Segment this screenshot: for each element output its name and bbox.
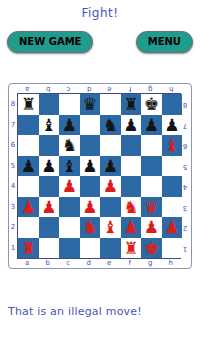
square-a8[interactable]: ♜ [18, 94, 39, 115]
square-e8[interactable] [100, 94, 121, 115]
square-b5[interactable]: ♟ [39, 156, 60, 177]
rank-label-4: 4 [181, 176, 189, 197]
square-g8[interactable]: ♚ [141, 94, 162, 115]
square-c1[interactable] [59, 238, 80, 259]
status-message: That is an illegal move! [8, 305, 200, 318]
black-pawn[interactable]: ♟ [141, 115, 162, 136]
square-d6[interactable] [80, 135, 101, 156]
rank-label-7: 7 [9, 115, 17, 136]
black-pawn[interactable]: ♟ [100, 156, 121, 177]
square-a2[interactable] [18, 217, 39, 238]
square-a6[interactable] [18, 135, 39, 156]
file-label-h: h [161, 84, 182, 93]
square-f6[interactable] [121, 135, 142, 156]
rank-label-6: 6 [181, 135, 189, 156]
menu-button[interactable]: MENU [136, 31, 193, 53]
file-label-g: g [140, 84, 161, 93]
red-pawn[interactable]: ♟ [59, 176, 80, 197]
black-bishop[interactable]: ♝ [59, 156, 80, 177]
square-a3[interactable]: ♟ [18, 197, 39, 218]
rank-label-5: 5 [181, 156, 189, 177]
square-f2[interactable]: ♟ [121, 217, 142, 238]
page-title: Fight! [0, 0, 200, 20]
square-a1[interactable]: ♜ [18, 238, 39, 259]
square-f7[interactable]: ♟ [121, 115, 142, 136]
black-pawn[interactable]: ♟ [80, 156, 101, 177]
file-label-d: d [79, 259, 100, 268]
square-e2[interactable]: ♝ [100, 217, 121, 238]
square-b7[interactable]: ♝ [39, 115, 60, 136]
square-e6[interactable] [100, 135, 121, 156]
rank-labels-left: 87654321 [9, 94, 17, 258]
square-d3[interactable]: ♟ [80, 197, 101, 218]
square-d8[interactable]: ♛ [80, 94, 101, 115]
new-game-button[interactable]: NEW GAME [7, 31, 93, 53]
square-b6[interactable] [39, 135, 60, 156]
black-queen[interactable]: ♛ [80, 94, 101, 115]
square-c6[interactable]: ♞ [59, 135, 80, 156]
square-b4[interactable] [39, 176, 60, 197]
rank-label-3: 3 [181, 197, 189, 218]
square-e5[interactable]: ♟ [100, 156, 121, 177]
black-knight[interactable]: ♞ [100, 115, 121, 136]
file-label-a: a [17, 84, 38, 93]
file-label-b: b [38, 84, 59, 93]
square-h3[interactable] [162, 197, 183, 218]
square-g5[interactable] [141, 156, 162, 177]
file-labels-bottom: abcdefgh [9, 259, 191, 268]
rank-labels-right: 87654321 [181, 94, 189, 258]
black-pawn[interactable]: ♟ [59, 115, 80, 136]
file-label-e: e [99, 259, 120, 268]
square-c5[interactable]: ♝ [59, 156, 80, 177]
rank-label-5: 5 [9, 156, 17, 177]
black-pawn[interactable]: ♟ [162, 115, 183, 136]
button-bar: NEW GAME MENU [0, 31, 200, 53]
file-labels-top: abcdefgh [9, 84, 191, 93]
file-label-f: f [120, 84, 141, 93]
chess-board: abcdefgh 87654321 ♜♛♜♚♝♟♞♟♟♟♞♝♟♟♝♟♟♟♟♟♟♟… [8, 83, 192, 269]
square-d5[interactable]: ♟ [80, 156, 101, 177]
square-d2[interactable]: ♞ [80, 217, 101, 238]
red-pawn[interactable]: ♟ [18, 197, 39, 218]
square-h7[interactable]: ♟ [162, 115, 183, 136]
square-f3[interactable]: ♞ [121, 197, 142, 218]
square-g6[interactable] [141, 135, 162, 156]
square-c3[interactable] [59, 197, 80, 218]
red-bishop[interactable]: ♝ [162, 135, 183, 156]
rank-label-7: 7 [181, 115, 189, 136]
red-pawn[interactable]: ♟ [100, 176, 121, 197]
square-b8[interactable] [39, 94, 60, 115]
square-c4[interactable]: ♟ [59, 176, 80, 197]
square-a7[interactable] [18, 115, 39, 136]
red-bishop[interactable]: ♝ [100, 217, 121, 238]
rank-label-6: 6 [9, 135, 17, 156]
black-rook[interactable]: ♜ [18, 94, 39, 115]
red-rook[interactable]: ♜ [18, 238, 39, 259]
red-pawn[interactable]: ♟ [121, 217, 142, 238]
board-grid: ♜♛♜♚♝♟♞♟♟♟♞♝♟♟♝♟♟♟♟♟♟♟♞♛♞♝♟♟♟♜♜♚ [17, 93, 181, 259]
black-king[interactable]: ♚ [141, 94, 162, 115]
file-label-c: c [58, 259, 79, 268]
black-pawn[interactable]: ♟ [18, 156, 39, 177]
square-f8[interactable]: ♜ [121, 94, 142, 115]
file-label-e: e [99, 84, 120, 93]
black-bishop[interactable]: ♝ [39, 115, 60, 136]
square-f4[interactable] [121, 176, 142, 197]
square-b2[interactable] [39, 217, 60, 238]
rank-label-2: 2 [181, 217, 189, 238]
square-h5[interactable] [162, 156, 183, 177]
red-knight[interactable]: ♞ [80, 217, 101, 238]
square-d1[interactable] [80, 238, 101, 259]
file-label-g: g [140, 259, 161, 268]
red-pawn[interactable]: ♟ [141, 217, 162, 238]
square-g2[interactable]: ♟ [141, 217, 162, 238]
square-a5[interactable]: ♟ [18, 156, 39, 177]
square-f1[interactable]: ♜ [121, 238, 142, 259]
square-h2[interactable]: ♟ [162, 217, 183, 238]
square-g1[interactable]: ♚ [141, 238, 162, 259]
rank-label-2: 2 [9, 217, 17, 238]
square-c8[interactable] [59, 94, 80, 115]
red-queen[interactable]: ♛ [141, 197, 162, 218]
square-g4[interactable] [141, 176, 162, 197]
rank-label-8: 8 [9, 94, 17, 115]
square-g3[interactable]: ♛ [141, 197, 162, 218]
rank-label-1: 1 [181, 238, 189, 259]
square-h6[interactable]: ♝ [162, 135, 183, 156]
rank-label-4: 4 [9, 176, 17, 197]
square-d7[interactable] [80, 115, 101, 136]
file-label-h: h [161, 259, 182, 268]
square-c7[interactable]: ♟ [59, 115, 80, 136]
black-pawn[interactable]: ♟ [39, 156, 60, 177]
square-e7[interactable]: ♞ [100, 115, 121, 136]
file-label-b: b [38, 259, 59, 268]
black-knight[interactable]: ♞ [59, 135, 80, 156]
red-pawn[interactable]: ♟ [162, 217, 183, 238]
red-knight[interactable]: ♞ [121, 197, 142, 218]
square-e4[interactable]: ♟ [100, 176, 121, 197]
red-pawn[interactable]: ♟ [39, 197, 60, 218]
file-label-a: a [17, 259, 38, 268]
red-rook[interactable]: ♜ [121, 238, 142, 259]
file-label-c: c [58, 84, 79, 93]
square-g7[interactable]: ♟ [141, 115, 162, 136]
square-d4[interactable] [80, 176, 101, 197]
red-pawn[interactable]: ♟ [80, 197, 101, 218]
black-pawn[interactable]: ♟ [121, 115, 142, 136]
rank-label-1: 1 [9, 238, 17, 259]
square-b3[interactable]: ♟ [39, 197, 60, 218]
square-h8[interactable] [162, 94, 183, 115]
square-b1[interactable] [39, 238, 60, 259]
file-label-f: f [120, 259, 141, 268]
square-h4[interactable] [162, 176, 183, 197]
black-rook[interactable]: ♜ [121, 94, 142, 115]
square-f5[interactable] [121, 156, 142, 177]
rank-label-8: 8 [181, 94, 189, 115]
rank-label-3: 3 [9, 197, 17, 218]
square-c2[interactable] [59, 217, 80, 238]
square-a4[interactable] [18, 176, 39, 197]
file-label-d: d [79, 84, 100, 93]
red-king[interactable]: ♚ [141, 238, 162, 259]
square-e3[interactable] [100, 197, 121, 218]
square-h1[interactable] [162, 238, 183, 259]
square-e1[interactable] [100, 238, 121, 259]
